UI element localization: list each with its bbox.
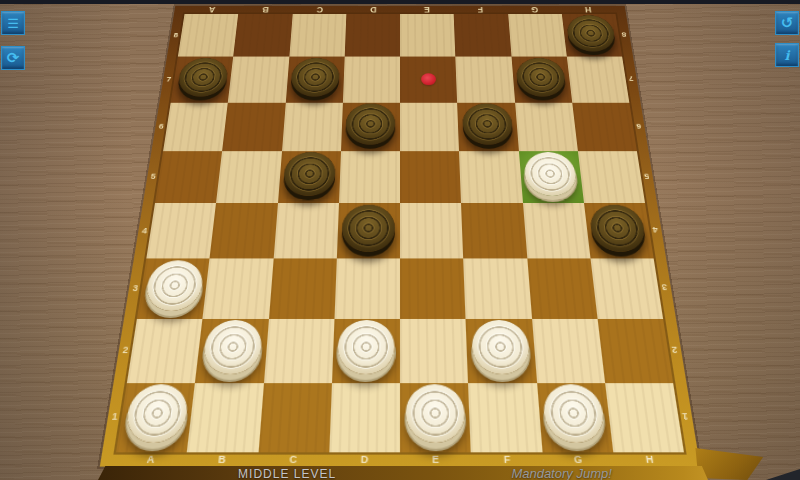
square-g4[interactable] [523,203,591,259]
file-label-bottom-c: C [257,452,329,466]
square-f8[interactable] [454,14,511,57]
white-man[interactable]: ⛂ [523,152,578,196]
white-man[interactable]: ⛂ [201,320,263,374]
black-man[interactable]: ⛀ [345,104,395,145]
app-screen: ⛀⛀⛀⛀⛀⛀⛀⛂⛀⛀⛂⛂⛂⛂⛂⛂⛂ ABCDEFGH ABCDEFGH 8765… [0,0,800,480]
square-f3[interactable] [463,259,531,319]
square-e4[interactable] [400,203,463,259]
square-b2[interactable]: ⛂ [195,318,268,382]
square-e3[interactable] [400,259,466,319]
restart-icon: ⟳ [7,51,20,66]
file-label-top-e: E [400,6,454,14]
black-man[interactable]: ⛀ [176,58,229,97]
square-a1[interactable]: ⛂ [116,383,195,452]
square-h6[interactable] [572,102,637,151]
info-icon: i [785,49,790,62]
square-a7[interactable]: ⛀ [171,57,234,103]
black-man[interactable]: ⛀ [283,152,337,196]
black-man[interactable]: ⛀ [515,58,567,97]
square-g5[interactable]: ⛂ [518,151,583,203]
menu-button[interactable]: ☰ [1,11,25,35]
square-e2[interactable] [400,318,468,382]
black-man[interactable]: ⛀ [566,15,617,51]
square-a3[interactable]: ⛂ [137,259,210,319]
file-label-top-h: H [561,6,616,14]
file-label-top-a: A [185,6,240,14]
square-c2[interactable] [263,318,334,382]
square-e6[interactable] [400,102,459,151]
square-c3[interactable] [268,259,336,319]
square-f1[interactable] [468,383,542,452]
square-c4[interactable] [273,203,339,259]
white-man[interactable]: ⛂ [542,385,607,444]
checkers-board: ⛀⛀⛀⛀⛀⛀⛀⛂⛀⛀⛂⛂⛂⛂⛂⛂⛂ ABCDEFGH ABCDEFGH 8765… [100,6,700,467]
black-man[interactable]: ⛀ [589,204,648,251]
square-c1[interactable] [258,383,332,452]
square-c7[interactable]: ⛀ [285,57,344,103]
square-b3[interactable] [203,259,273,319]
file-label-top-d: D [346,6,400,14]
black-man[interactable]: ⛀ [462,104,514,145]
file-label-bottom-d: D [328,452,400,466]
file-labels-bottom: ABCDEFGH [114,452,686,466]
square-b1[interactable] [187,383,263,452]
file-label-bottom-f: F [471,452,543,466]
file-label-bottom-e: E [400,452,472,466]
file-label-bottom-a: A [114,452,187,466]
new-game-button[interactable]: ⟳ [1,46,25,70]
square-h7[interactable] [567,57,630,103]
info-button[interactable]: i [775,43,799,67]
square-d3[interactable] [334,259,400,319]
square-b4[interactable] [210,203,278,259]
square-f4[interactable] [461,203,527,259]
board-front-face: MIDDLE LEVEL Mandatory Jump! [98,466,708,480]
square-a8[interactable] [178,14,239,57]
square-c5[interactable]: ⛀ [278,151,341,203]
jump-target-marker [421,73,436,85]
square-f7[interactable] [456,57,515,103]
square-g8[interactable] [508,14,567,57]
square-g2[interactable] [532,318,605,382]
square-d1[interactable] [329,383,400,452]
square-h1[interactable] [605,383,684,452]
square-d5[interactable] [339,151,400,203]
square-g7[interactable]: ⛀ [511,57,572,103]
square-e1[interactable]: ⛂ [400,383,471,452]
square-f5[interactable] [459,151,522,203]
file-label-bottom-b: B [185,452,258,466]
undo-button[interactable]: ↺ [775,11,799,35]
square-d7[interactable] [343,57,400,103]
file-label-bottom-g: G [542,452,615,466]
file-label-top-c: C [292,6,346,14]
square-a4[interactable] [146,203,216,259]
square-g1[interactable]: ⛂ [537,383,613,452]
file-label-top-b: B [238,6,292,14]
square-b6[interactable] [222,102,285,151]
square-b8[interactable] [233,14,292,57]
top-screen-bar [0,0,800,4]
white-man[interactable]: ⛂ [471,320,531,374]
square-d6[interactable]: ⛀ [341,102,400,151]
square-h2[interactable] [597,318,673,382]
square-g3[interactable] [527,259,597,319]
square-e7[interactable] [400,57,457,103]
square-d2[interactable]: ⛂ [332,318,400,382]
square-d8[interactable] [344,14,400,57]
white-man[interactable]: ⛂ [123,385,190,444]
square-e5[interactable] [400,151,461,203]
square-e8[interactable] [400,14,456,57]
menu-icon: ☰ [7,17,19,30]
square-g6[interactable] [515,102,578,151]
square-f6[interactable]: ⛀ [457,102,518,151]
white-man[interactable]: ⛂ [405,385,465,444]
square-c8[interactable] [289,14,346,57]
square-h5[interactable] [578,151,645,203]
square-h3[interactable] [590,259,663,319]
square-a5[interactable] [155,151,222,203]
square-h8[interactable]: ⛀ [562,14,623,57]
file-label-top-g: G [507,6,561,14]
square-a6[interactable] [163,102,228,151]
white-man[interactable]: ⛂ [143,260,205,311]
square-c6[interactable] [282,102,343,151]
board-grid: ⛀⛀⛀⛀⛀⛀⛀⛂⛀⛀⛂⛂⛂⛂⛂⛂⛂ [116,14,684,452]
square-f2[interactable]: ⛂ [466,318,537,382]
white-man[interactable]: ⛂ [337,320,395,374]
black-man[interactable]: ⛀ [342,204,396,251]
square-b7[interactable] [228,57,289,103]
square-b5[interactable] [216,151,281,203]
file-labels-top: ABCDEFGH [185,6,616,14]
black-man[interactable]: ⛀ [290,58,340,97]
square-d4[interactable]: ⛀ [337,203,400,259]
status-message: Mandatory Jump! [511,466,611,480]
difficulty-label: MIDDLE LEVEL [238,467,336,480]
square-h4[interactable]: ⛀ [584,203,654,259]
square-a2[interactable] [127,318,203,382]
file-label-bottom-h: H [613,452,686,466]
undo-icon: ↺ [781,16,794,31]
file-label-top-f: F [454,6,508,14]
